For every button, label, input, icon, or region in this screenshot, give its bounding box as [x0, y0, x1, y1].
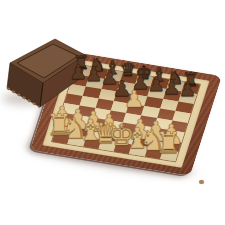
square-h1 [160, 149, 178, 161]
product-photo-scene: ♜♞♝♛♚♝♞♜♟♟♟♟♟♟♟♟♟♟♟♟♟♟♟♟♜♞♝♛♚♝♞♜ [0, 0, 225, 225]
wooden-storage-box [2, 30, 97, 112]
maker-mark [199, 180, 204, 184]
